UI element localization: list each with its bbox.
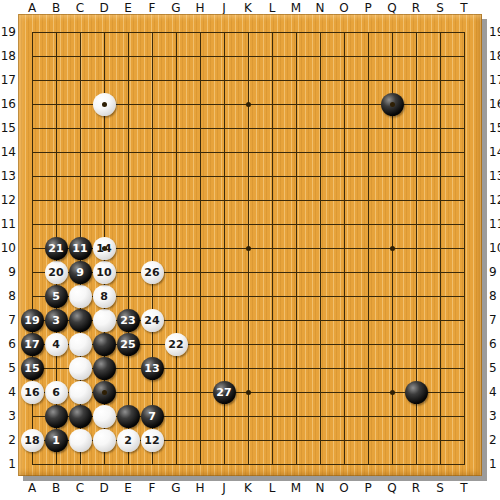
column-label: F — [140, 481, 164, 495]
stone-white-g6: 22 — [165, 333, 188, 356]
row-label: 4 — [0, 380, 16, 404]
stone-black-b7: 3 — [45, 309, 68, 332]
stone-white-d7 — [93, 309, 116, 332]
row-label: 10 — [0, 236, 16, 260]
stone-white-f2: 12 — [141, 429, 164, 452]
stone-black-f5: 13 — [141, 357, 164, 380]
row-label: 7 — [0, 308, 16, 332]
stone-black-d5 — [93, 357, 116, 380]
column-label: O — [332, 481, 356, 495]
row-label: 13 — [489, 164, 500, 188]
stone-white-d2 — [93, 429, 116, 452]
column-label: M — [284, 1, 308, 15]
row-label: 6 — [0, 332, 16, 356]
stone-white-b6: 4 — [45, 333, 68, 356]
go-kifu-diagram: ABCDEFGHJKLMNOPQRST ABCDEFGHJKLMNOPQRST … — [0, 0, 500, 500]
column-label: K — [236, 1, 260, 15]
stone-black-r4 — [405, 381, 428, 404]
column-label: E — [116, 481, 140, 495]
stone-white-a2: 18 — [21, 429, 44, 452]
row-label: 17 — [489, 68, 500, 92]
top-coordinate-labels: ABCDEFGHJKLMNOPQRST — [20, 1, 476, 15]
stone-black-c7 — [69, 309, 92, 332]
column-label: R — [404, 1, 428, 15]
column-label: M — [284, 481, 308, 495]
column-label: E — [116, 1, 140, 15]
column-label: L — [260, 1, 284, 15]
column-label: Q — [380, 1, 404, 15]
column-label: K — [236, 481, 260, 495]
stone-white-c5 — [69, 357, 92, 380]
row-label: 1 — [0, 452, 16, 476]
stone-white-e2: 2 — [117, 429, 140, 452]
row-label: 2 — [489, 428, 500, 452]
row-label: 16 — [0, 92, 16, 116]
row-label: 9 — [0, 260, 16, 284]
stone-white-c8 — [69, 285, 92, 308]
column-label: G — [164, 1, 188, 15]
star-point — [102, 246, 107, 251]
stone-black-d6 — [93, 333, 116, 356]
column-label: S — [428, 1, 452, 15]
column-label: D — [92, 481, 116, 495]
row-label: 1 — [489, 452, 500, 476]
column-label: A — [20, 1, 44, 15]
row-label: 3 — [0, 404, 16, 428]
stone-white-d3 — [93, 405, 116, 428]
stone-black-e7: 23 — [117, 309, 140, 332]
column-label: B — [44, 1, 68, 15]
column-label: J — [212, 481, 236, 495]
stone-white-c2 — [69, 429, 92, 452]
column-label: H — [188, 481, 212, 495]
row-label: 19 — [0, 20, 16, 44]
stone-white-f9: 26 — [141, 261, 164, 284]
column-label: R — [404, 481, 428, 495]
star-point — [390, 390, 395, 395]
star-point — [390, 246, 395, 251]
stone-black-b8: 5 — [45, 285, 68, 308]
row-label: 2 — [0, 428, 16, 452]
stone-white-b9: 20 — [45, 261, 68, 284]
row-label: 10 — [489, 236, 500, 260]
row-label: 12 — [489, 188, 500, 212]
star-point — [246, 246, 251, 251]
stone-white-f7: 24 — [141, 309, 164, 332]
stone-black-f3: 7 — [141, 405, 164, 428]
stone-white-b4: 6 — [45, 381, 68, 404]
row-label: 18 — [489, 44, 500, 68]
row-label: 12 — [0, 188, 16, 212]
stone-black-e3 — [117, 405, 140, 428]
row-label: 17 — [0, 68, 16, 92]
stone-black-b3 — [45, 405, 68, 428]
stone-black-b2: 1 — [45, 429, 68, 452]
stone-black-j4: 27 — [213, 381, 236, 404]
row-label: 8 — [0, 284, 16, 308]
stone-white-d9: 10 — [93, 261, 116, 284]
stone-black-b10: 21 — [45, 237, 68, 260]
column-label: C — [68, 481, 92, 495]
stone-white-a4: 16 — [21, 381, 44, 404]
row-label: 5 — [489, 356, 500, 380]
column-label: P — [356, 481, 380, 495]
stone-black-c3 — [69, 405, 92, 428]
row-label: 3 — [489, 404, 500, 428]
column-label: S — [428, 481, 452, 495]
column-label: T — [452, 481, 476, 495]
stone-black-a6: 17 — [21, 333, 44, 356]
column-label: N — [308, 1, 332, 15]
stone-white-d8: 8 — [93, 285, 116, 308]
column-label: D — [92, 1, 116, 15]
row-label: 7 — [489, 308, 500, 332]
row-label: 15 — [489, 116, 500, 140]
row-label: 15 — [0, 116, 16, 140]
column-label: B — [44, 481, 68, 495]
bottom-coordinate-labels: ABCDEFGHJKLMNOPQRST — [20, 481, 476, 495]
row-label: 14 — [489, 140, 500, 164]
column-label: Q — [380, 481, 404, 495]
go-board: 1234567891011121314151617181920212223242… — [18, 14, 482, 476]
row-label: 4 — [489, 380, 500, 404]
column-label: O — [332, 1, 356, 15]
row-label: 9 — [489, 260, 500, 284]
left-coordinate-labels: 19181716151413121110987654321 — [0, 20, 17, 476]
star-point — [390, 102, 395, 107]
star-point — [102, 102, 107, 107]
row-label: 18 — [0, 44, 16, 68]
right-coordinate-labels: 19181716151413121110987654321 — [489, 20, 500, 476]
star-point — [246, 102, 251, 107]
row-label: 19 — [489, 20, 500, 44]
row-label: 14 — [0, 140, 16, 164]
stone-black-c9: 9 — [69, 261, 92, 284]
column-label: L — [260, 481, 284, 495]
row-label: 16 — [489, 92, 500, 116]
star-point — [102, 390, 107, 395]
stone-black-c10: 11 — [69, 237, 92, 260]
stone-black-e6: 25 — [117, 333, 140, 356]
column-label: G — [164, 481, 188, 495]
column-label: H — [188, 1, 212, 15]
column-label: F — [140, 1, 164, 15]
column-label: C — [68, 1, 92, 15]
column-label: A — [20, 481, 44, 495]
column-label: J — [212, 1, 236, 15]
row-label: 8 — [489, 284, 500, 308]
column-label: T — [452, 1, 476, 15]
row-label: 6 — [489, 332, 500, 356]
row-label: 11 — [489, 212, 500, 236]
stone-white-c4 — [69, 381, 92, 404]
column-label: P — [356, 1, 380, 15]
stone-black-a7: 19 — [21, 309, 44, 332]
row-label: 11 — [0, 212, 16, 236]
star-point — [246, 390, 251, 395]
stone-black-a5: 15 — [21, 357, 44, 380]
row-label: 13 — [0, 164, 16, 188]
stone-white-c6 — [69, 333, 92, 356]
row-label: 5 — [0, 356, 16, 380]
column-label: N — [308, 481, 332, 495]
